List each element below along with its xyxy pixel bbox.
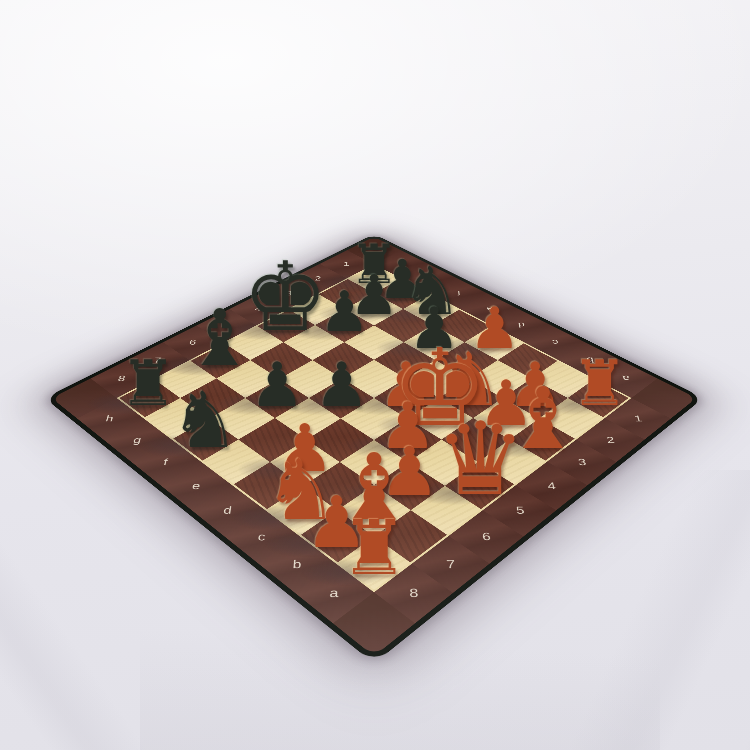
file-label: b [585,356,594,364]
photo-scene: abcdefgh8877665544332211abcdefgh ♜♟♞♟♚♟♟… [0,0,750,750]
rank-label: 6 [481,530,491,542]
file-label: d [518,321,526,329]
file-label: g [426,275,433,282]
rank-label: 1 [633,414,643,424]
rank-label: 5 [515,504,525,516]
rank-label: 4 [255,305,263,312]
file-label: f [457,290,461,297]
file-label: a [621,374,631,383]
rank-label: 4 [547,480,557,491]
rank-label: 2 [315,275,322,282]
file-label: c [257,530,266,542]
file-label: f [163,457,169,468]
board-surface: abcdefgh8877665544332211abcdefgh [52,237,697,656]
rank-label: 3 [577,457,587,468]
chessboard: abcdefgh8877665544332211abcdefgh [44,234,703,664]
file-label: d [223,504,233,516]
file-label: a [330,586,339,600]
rank-label: 8 [117,374,127,383]
rank-label: 7 [154,356,163,364]
file-label: h [105,414,115,424]
file-label: c [551,338,559,346]
file-label: e [486,305,494,312]
file-label: h [398,261,404,268]
file-label: g [132,435,142,445]
rank-label: 3 [285,290,292,297]
rank-label: 7 [446,557,456,570]
rank-label: 6 [189,338,198,346]
rank-label: 8 [409,586,418,600]
rank-label: 2 [606,435,616,445]
rank-label: 1 [344,261,350,268]
rank-label: 5 [222,321,230,329]
file-label: b [292,557,302,570]
file-label: e [191,480,201,491]
